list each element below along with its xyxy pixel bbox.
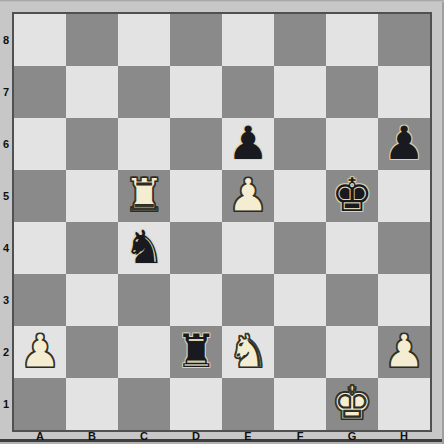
file-label-f: F	[274, 431, 326, 443]
chess-board[interactable]: ♟♟♜♟♚♞♟♜♞♟♚	[12, 12, 432, 432]
square-d3[interactable]	[170, 274, 222, 326]
square-b5[interactable]	[66, 170, 118, 222]
square-b8[interactable]	[66, 14, 118, 66]
square-h3[interactable]	[378, 274, 430, 326]
square-a4[interactable]	[14, 222, 66, 274]
square-c4[interactable]: ♞	[118, 222, 170, 274]
file-label-b: B	[66, 431, 118, 443]
file-label-g: G	[326, 431, 378, 443]
square-a3[interactable]	[14, 274, 66, 326]
piece-white-knight-e2[interactable]: ♞	[227, 325, 268, 377]
square-a2[interactable]: ♟	[14, 326, 66, 378]
square-g6[interactable]	[326, 118, 378, 170]
square-b3[interactable]	[66, 274, 118, 326]
square-b1[interactable]	[66, 378, 118, 430]
square-d4[interactable]	[170, 222, 222, 274]
piece-black-rook-d2[interactable]: ♜	[175, 325, 216, 377]
rank-label-1: 1	[0, 378, 12, 430]
square-f6[interactable]	[274, 118, 326, 170]
piece-white-pawn-e5[interactable]: ♟	[227, 169, 268, 221]
rank-label-2: 2	[0, 326, 12, 378]
square-f3[interactable]	[274, 274, 326, 326]
square-d1[interactable]	[170, 378, 222, 430]
square-b7[interactable]	[66, 66, 118, 118]
piece-black-king-g5[interactable]: ♚	[331, 169, 372, 221]
square-h2[interactable]: ♟	[378, 326, 430, 378]
rank-label-7: 7	[0, 66, 12, 118]
square-h6[interactable]: ♟	[378, 118, 430, 170]
file-label-e: E	[222, 431, 274, 443]
rank-labels: 87654321	[0, 14, 12, 430]
rank-label-8: 8	[0, 14, 12, 66]
square-e1[interactable]	[222, 378, 274, 430]
piece-white-king-g1[interactable]: ♚	[331, 377, 372, 429]
square-b6[interactable]	[66, 118, 118, 170]
piece-black-pawn-e6[interactable]: ♟	[227, 117, 268, 169]
square-d6[interactable]	[170, 118, 222, 170]
square-h4[interactable]	[378, 222, 430, 274]
square-g2[interactable]	[326, 326, 378, 378]
square-f2[interactable]	[274, 326, 326, 378]
file-label-h: H	[378, 431, 430, 443]
piece-black-pawn-h6[interactable]: ♟	[383, 117, 424, 169]
square-c7[interactable]	[118, 66, 170, 118]
square-h1[interactable]	[378, 378, 430, 430]
square-e5[interactable]: ♟	[222, 170, 274, 222]
square-a8[interactable]	[14, 14, 66, 66]
chess-diagram: 87654321 ♟♟♜♟♚♞♟♜♞♟♚ ABCDEFGH	[0, 0, 444, 444]
rank-label-5: 5	[0, 170, 12, 222]
square-c3[interactable]	[118, 274, 170, 326]
square-a5[interactable]	[14, 170, 66, 222]
rank-label-4: 4	[0, 222, 12, 274]
piece-white-pawn-a2[interactable]: ♟	[19, 325, 60, 377]
piece-white-rook-c5[interactable]: ♜	[123, 169, 164, 221]
square-a7[interactable]	[14, 66, 66, 118]
square-c8[interactable]	[118, 14, 170, 66]
square-g8[interactable]	[326, 14, 378, 66]
square-g5[interactable]: ♚	[326, 170, 378, 222]
square-g3[interactable]	[326, 274, 378, 326]
square-a6[interactable]	[14, 118, 66, 170]
square-d8[interactable]	[170, 14, 222, 66]
square-b4[interactable]	[66, 222, 118, 274]
square-h5[interactable]	[378, 170, 430, 222]
square-e6[interactable]: ♟	[222, 118, 274, 170]
file-labels: ABCDEFGH	[14, 431, 430, 443]
file-label-d: D	[170, 431, 222, 443]
file-label-a: A	[14, 431, 66, 443]
file-label-c: C	[118, 431, 170, 443]
piece-black-knight-c4[interactable]: ♞	[123, 221, 164, 273]
square-c2[interactable]	[118, 326, 170, 378]
square-g4[interactable]	[326, 222, 378, 274]
square-e2[interactable]: ♞	[222, 326, 274, 378]
square-g1[interactable]: ♚	[326, 378, 378, 430]
square-e3[interactable]	[222, 274, 274, 326]
square-f1[interactable]	[274, 378, 326, 430]
square-f7[interactable]	[274, 66, 326, 118]
square-d7[interactable]	[170, 66, 222, 118]
square-e8[interactable]	[222, 14, 274, 66]
square-b2[interactable]	[66, 326, 118, 378]
square-f4[interactable]	[274, 222, 326, 274]
square-f8[interactable]	[274, 14, 326, 66]
square-e7[interactable]	[222, 66, 274, 118]
square-d2[interactable]: ♜	[170, 326, 222, 378]
square-c6[interactable]	[118, 118, 170, 170]
square-c1[interactable]	[118, 378, 170, 430]
square-c5[interactable]: ♜	[118, 170, 170, 222]
rank-label-3: 3	[0, 274, 12, 326]
square-h7[interactable]	[378, 66, 430, 118]
square-d5[interactable]	[170, 170, 222, 222]
square-f5[interactable]	[274, 170, 326, 222]
square-e4[interactable]	[222, 222, 274, 274]
rank-label-6: 6	[0, 118, 12, 170]
square-a1[interactable]	[14, 378, 66, 430]
piece-white-pawn-h2[interactable]: ♟	[383, 325, 424, 377]
square-g7[interactable]	[326, 66, 378, 118]
square-h8[interactable]	[378, 14, 430, 66]
